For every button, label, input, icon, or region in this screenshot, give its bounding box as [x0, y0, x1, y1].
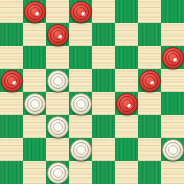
dark-square-r7c0[interactable]: [0, 161, 23, 184]
dark-square-r4c5[interactable]: [115, 92, 138, 115]
dark-square-r4c3[interactable]: [69, 92, 92, 115]
dark-square-r0c5[interactable]: [115, 0, 138, 23]
light-square-r6c4: [92, 138, 115, 161]
light-square-r2c4: [92, 46, 115, 69]
white-piece[interactable]: [47, 116, 69, 138]
light-square-r5c1: [23, 115, 46, 138]
light-square-r3c5: [115, 69, 138, 92]
dark-square-r3c2[interactable]: [46, 69, 69, 92]
light-square-r7c7: [161, 161, 184, 184]
light-square-r0c2: [46, 0, 69, 23]
light-square-r6c0: [0, 138, 23, 161]
dark-square-r6c3[interactable]: [69, 138, 92, 161]
checkers-board: [0, 0, 184, 184]
dark-square-r3c6[interactable]: [138, 69, 161, 92]
light-square-r0c4: [92, 0, 115, 23]
light-square-r5c3: [69, 115, 92, 138]
light-square-r7c1: [23, 161, 46, 184]
light-square-r7c3: [69, 161, 92, 184]
white-piece[interactable]: [24, 93, 46, 115]
light-square-r1c3: [69, 23, 92, 46]
red-piece[interactable]: [24, 1, 46, 23]
white-piece[interactable]: [70, 139, 92, 161]
dark-square-r1c0[interactable]: [0, 23, 23, 46]
red-piece[interactable]: [70, 1, 92, 23]
dark-square-r2c5[interactable]: [115, 46, 138, 69]
dark-square-r3c0[interactable]: [0, 69, 23, 92]
dark-square-r2c3[interactable]: [69, 46, 92, 69]
light-square-r4c0: [0, 92, 23, 115]
dark-square-r4c1[interactable]: [23, 92, 46, 115]
dark-square-r5c0[interactable]: [0, 115, 23, 138]
dark-square-r3c4[interactable]: [92, 69, 115, 92]
red-piece[interactable]: [116, 93, 138, 115]
red-piece[interactable]: [162, 47, 184, 69]
dark-square-r1c4[interactable]: [92, 23, 115, 46]
light-square-r1c7: [161, 23, 184, 46]
dark-square-r7c6[interactable]: [138, 161, 161, 184]
light-square-r1c5: [115, 23, 138, 46]
light-square-r0c6: [138, 0, 161, 23]
light-square-r0c0: [0, 0, 23, 23]
dark-square-r6c1[interactable]: [23, 138, 46, 161]
dark-square-r5c4[interactable]: [92, 115, 115, 138]
dark-square-r6c5[interactable]: [115, 138, 138, 161]
white-piece[interactable]: [70, 93, 92, 115]
light-square-r5c5: [115, 115, 138, 138]
dark-square-r2c1[interactable]: [23, 46, 46, 69]
light-square-r5c7: [161, 115, 184, 138]
light-square-r1c1: [23, 23, 46, 46]
white-piece[interactable]: [162, 139, 184, 161]
dark-square-r5c2[interactable]: [46, 115, 69, 138]
dark-square-r6c7[interactable]: [161, 138, 184, 161]
dark-square-r2c7[interactable]: [161, 46, 184, 69]
red-piece[interactable]: [1, 70, 23, 92]
light-square-r4c2: [46, 92, 69, 115]
dark-square-r7c2[interactable]: [46, 161, 69, 184]
dark-square-r0c7[interactable]: [161, 0, 184, 23]
dark-square-r0c3[interactable]: [69, 0, 92, 23]
red-piece[interactable]: [139, 70, 161, 92]
light-square-r3c3: [69, 69, 92, 92]
dark-square-r5c6[interactable]: [138, 115, 161, 138]
light-square-r4c4: [92, 92, 115, 115]
light-square-r7c5: [115, 161, 138, 184]
dark-square-r0c1[interactable]: [23, 0, 46, 23]
light-square-r2c2: [46, 46, 69, 69]
light-square-r4c6: [138, 92, 161, 115]
white-piece[interactable]: [47, 162, 69, 184]
light-square-r3c7: [161, 69, 184, 92]
dark-square-r7c4[interactable]: [92, 161, 115, 184]
light-square-r2c0: [0, 46, 23, 69]
red-piece[interactable]: [47, 24, 69, 46]
light-square-r3c1: [23, 69, 46, 92]
light-square-r2c6: [138, 46, 161, 69]
light-square-r6c2: [46, 138, 69, 161]
white-piece[interactable]: [47, 70, 69, 92]
dark-square-r1c2[interactable]: [46, 23, 69, 46]
light-square-r6c6: [138, 138, 161, 161]
dark-square-r4c7[interactable]: [161, 92, 184, 115]
dark-square-r1c6[interactable]: [138, 23, 161, 46]
